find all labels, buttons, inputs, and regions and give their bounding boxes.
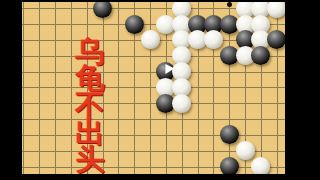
small-dot-marker (227, 2, 232, 7)
grid-line-horizontal (22, 135, 285, 136)
grid-line-horizontal (22, 167, 285, 168)
grid-line-horizontal (22, 72, 285, 73)
caption-text: 乌龟不出头 (74, 38, 106, 173)
grid-line-horizontal (22, 103, 285, 104)
white-stone (204, 30, 223, 49)
white-stone (141, 30, 160, 49)
black-stone (93, 0, 112, 18)
letterbox-top (0, 0, 320, 2)
black-stone (251, 46, 270, 65)
grid-line-horizontal (22, 119, 285, 120)
white-stone (172, 94, 191, 113)
letterbox-left (0, 0, 22, 180)
video-frame: 乌龟不出头 (0, 0, 320, 180)
white-stone (236, 141, 255, 160)
letterbox-right (285, 0, 320, 180)
caption-char: 头 (76, 146, 105, 173)
black-stone (125, 15, 144, 34)
white-stone (267, 0, 286, 18)
grid-line-horizontal (22, 87, 285, 88)
black-stone (267, 30, 286, 49)
letterbox-bottom (0, 174, 320, 180)
black-stone (220, 125, 239, 144)
go-board[interactable] (22, 0, 285, 174)
